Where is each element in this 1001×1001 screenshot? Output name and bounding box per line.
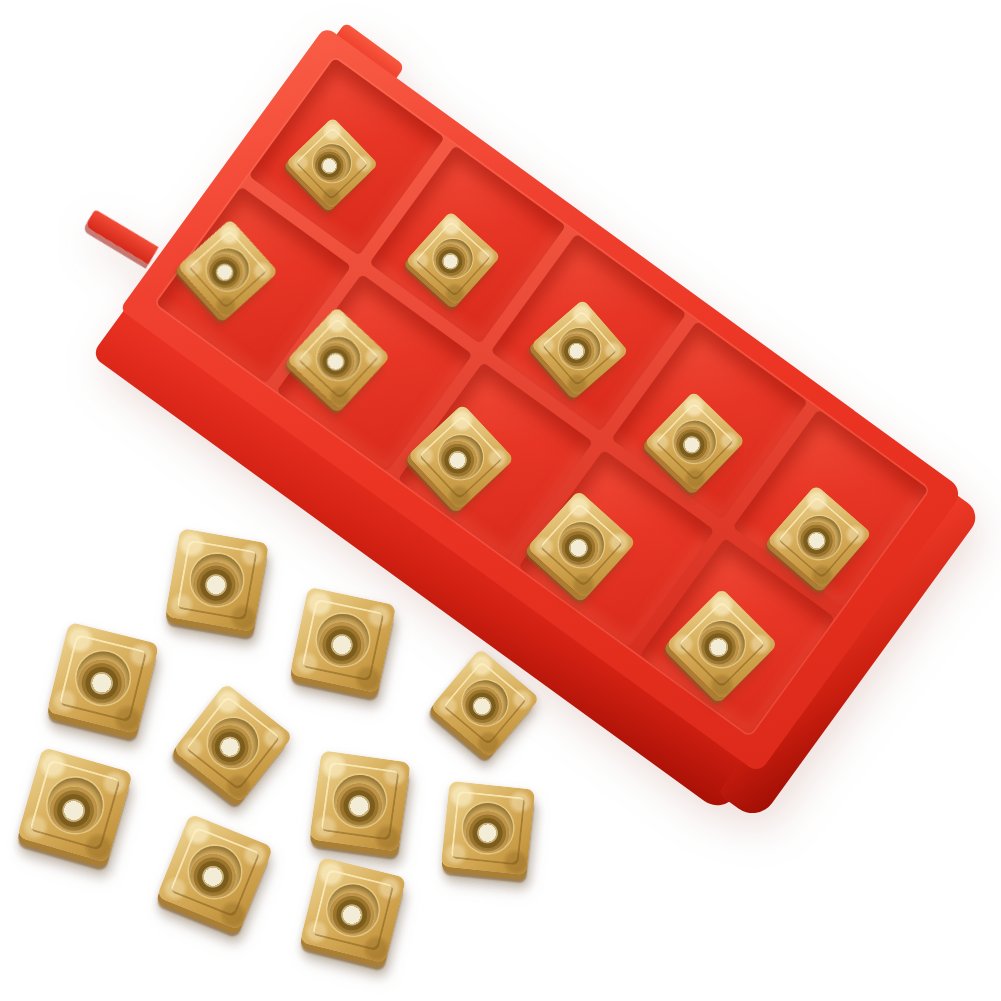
insert-center-hole: [187, 550, 247, 610]
insert-center-hole: [198, 708, 268, 778]
insert-center-hole: [70, 645, 135, 710]
insert-center-hole: [453, 671, 517, 735]
insert-center-hole: [305, 136, 359, 190]
insert-center-hole: [689, 612, 755, 678]
insert-center-hole: [551, 319, 608, 376]
loose-carbide-insert: [298, 595, 388, 685]
insert-center-hole: [41, 771, 108, 838]
loose-carbide-insert: [315, 756, 405, 846]
carbide-insert: [309, 750, 411, 852]
carbide-insert: [530, 299, 629, 398]
insert-center-hole: [666, 412, 725, 471]
carbide-insert: [644, 391, 746, 493]
carbide-insert: [290, 587, 397, 694]
carbide-insert: [17, 747, 133, 863]
insert-center-hole: [181, 838, 249, 906]
insert-center-hole: [312, 609, 374, 671]
insert-center-hole: [461, 801, 516, 856]
storage-tray-body: [120, 26, 965, 774]
carbide-insert: [441, 781, 536, 876]
carbide-insert: [766, 484, 872, 590]
carbide-insert: [665, 588, 778, 701]
carbide-insert: [47, 622, 160, 735]
insert-center-hole: [789, 506, 850, 567]
loose-carbide-insert: [190, 700, 276, 786]
tray-latch-lip: [85, 209, 159, 264]
carbide-insert: [165, 528, 269, 632]
carbide-insert: [177, 219, 279, 321]
insert-center-hole: [430, 426, 492, 488]
insert-center-hole: [308, 328, 369, 389]
loose-carbide-insert: [170, 827, 260, 917]
insert-center-hole: [425, 230, 481, 286]
carbide-insert: [286, 117, 379, 210]
loose-carbide-insert: [28, 758, 122, 852]
product-photo-scene: [0, 0, 1001, 1001]
loose-carbide-insert: [445, 785, 531, 871]
insert-center-hole: [198, 240, 257, 299]
carbide-insert: [156, 813, 273, 930]
loose-carbide-insert: [57, 632, 150, 725]
insert-center-hole: [322, 879, 384, 941]
loose-carbide-insert: [446, 664, 524, 742]
loose-carbide-insert: [309, 866, 397, 954]
carbide-insert: [173, 683, 294, 804]
carbide-insert: [405, 210, 501, 306]
insert-center-hole: [550, 513, 614, 577]
insert-center-hole: [331, 772, 390, 831]
carbide-insert: [430, 648, 540, 758]
loose-carbide-insert: [172, 535, 262, 625]
storage-tray: [147, 225, 937, 575]
carbide-insert: [300, 857, 407, 964]
